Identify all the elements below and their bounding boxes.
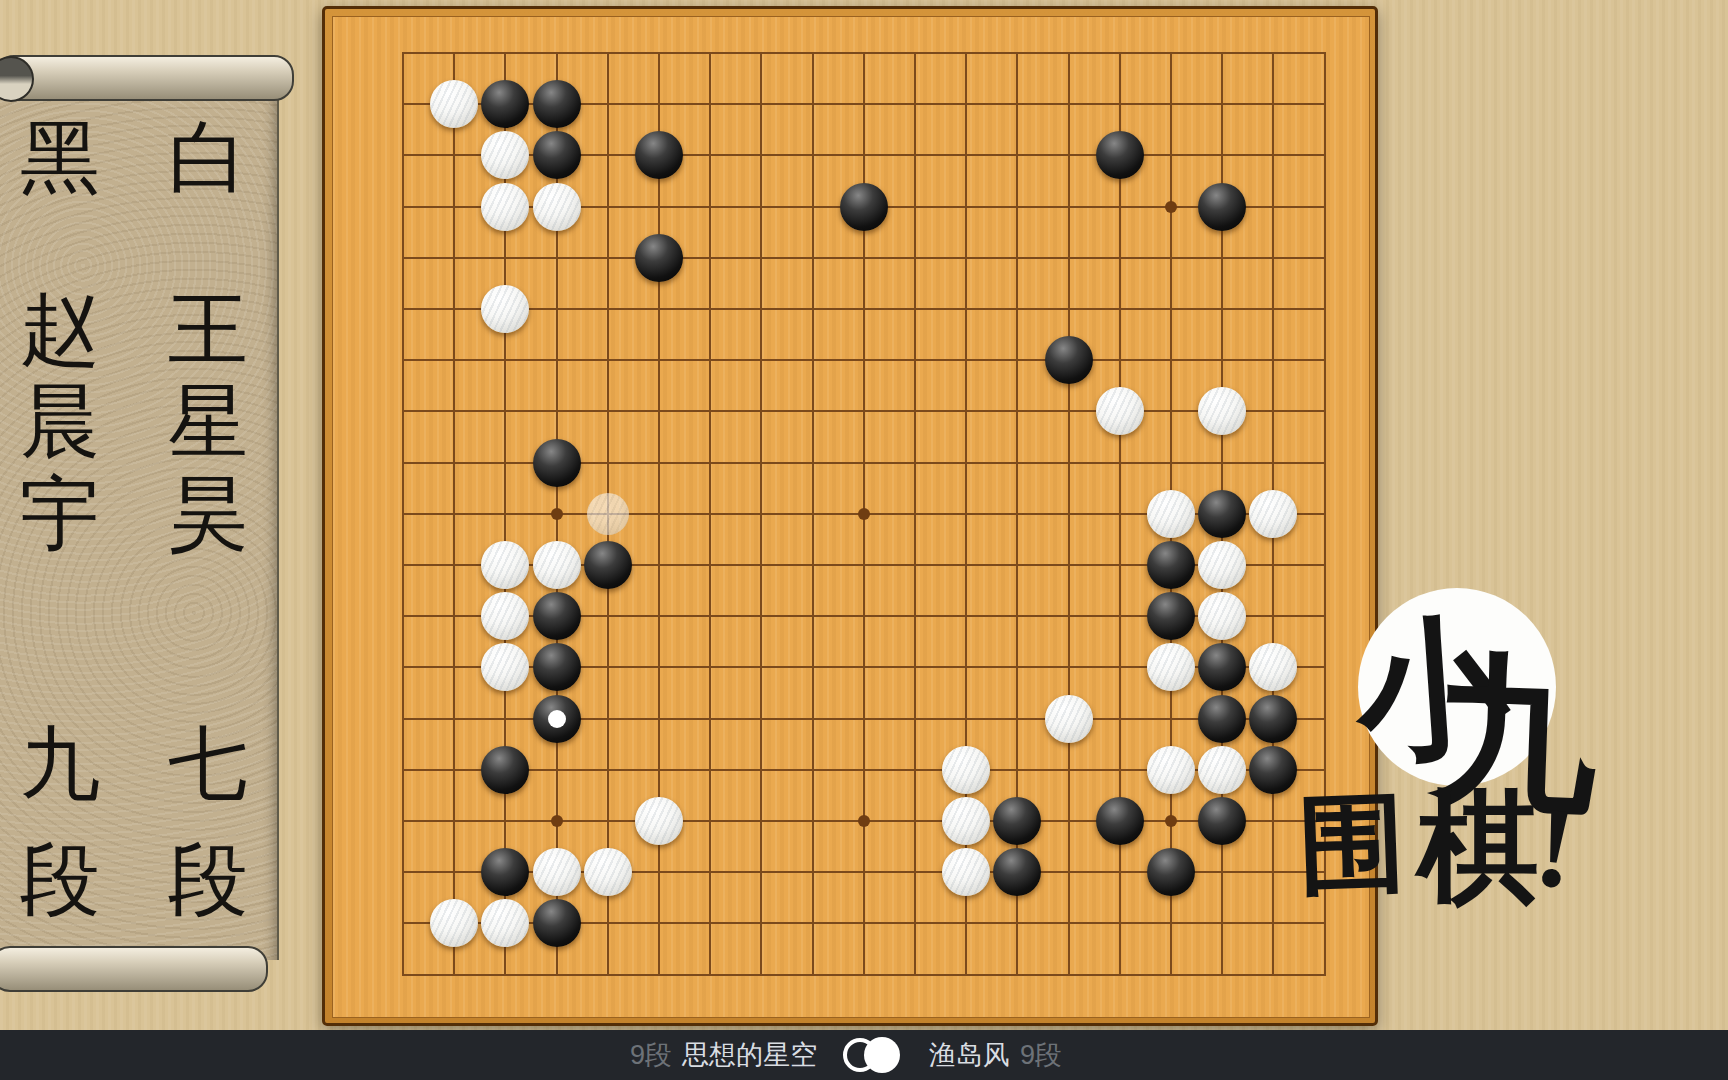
white-player-name-char: 王 (160, 290, 256, 370)
white-stone (1147, 490, 1195, 538)
white-stone (533, 183, 581, 231)
bottom-status-bar: 9段 思想的星空 渔岛风 9段 (0, 1030, 1728, 1080)
white-stone (1096, 387, 1144, 435)
black-stone (533, 643, 581, 691)
star-point (858, 508, 870, 520)
black-stone (1198, 490, 1246, 538)
black-stone (1249, 746, 1297, 794)
black-player-rank: 9段 (630, 1037, 672, 1073)
star-point (551, 508, 563, 520)
white-stone (942, 797, 990, 845)
white-player-name-char: 昊 (160, 474, 256, 554)
black-player-rank-char: 九 (12, 724, 108, 804)
white-stone (1198, 541, 1246, 589)
white-stone (533, 848, 581, 896)
white-player-rank-char: 段 (160, 840, 256, 920)
black-stone (533, 131, 581, 179)
white-player-rank: 9段 (1020, 1037, 1062, 1073)
black-white-stones-icon (843, 1036, 903, 1074)
white-stone (481, 183, 529, 231)
black-player-name: 思想的星空 (682, 1037, 817, 1073)
black-color-label: 黑 (12, 118, 108, 198)
black-player-name-char: 宇 (12, 474, 108, 554)
white-stone (533, 541, 581, 589)
black-stone (1147, 541, 1195, 589)
black-stone (584, 541, 632, 589)
black-player-name-char: 赵 (12, 290, 108, 370)
white-stone (1198, 746, 1246, 794)
black-stone (1147, 592, 1195, 640)
black-stone (533, 439, 581, 487)
black-stone (1147, 848, 1195, 896)
grid-line-horizontal (402, 974, 1326, 976)
black-stone (533, 80, 581, 128)
black-stone (1198, 183, 1246, 231)
white-stone (635, 797, 683, 845)
white-stone (1249, 490, 1297, 538)
grid-line-vertical (914, 52, 916, 976)
grid-line-vertical (1068, 52, 1070, 976)
black-player-name-char: 晨 (12, 382, 108, 462)
white-player-name: 渔岛风 (929, 1037, 1010, 1073)
black-stone (1096, 131, 1144, 179)
white-color-label: 白 (160, 118, 256, 198)
black-stone (635, 234, 683, 282)
black-stone (533, 592, 581, 640)
black-stone (481, 746, 529, 794)
black-stone (840, 183, 888, 231)
star-point (858, 815, 870, 827)
white-stone (584, 848, 632, 896)
last-move-marker (548, 710, 566, 728)
black-stone (1249, 695, 1297, 743)
white-player-rank-char: 七 (160, 724, 256, 804)
white-stone (1147, 746, 1195, 794)
star-point (1165, 201, 1177, 213)
star-point (1165, 815, 1177, 827)
ghost-stone-preview (587, 493, 629, 535)
black-stone (1045, 336, 1093, 384)
star-point (551, 815, 563, 827)
black-stone (533, 695, 581, 743)
logo-character: 棋 (1417, 787, 1539, 909)
scroll-bottom-roller (0, 946, 268, 992)
white-player-name-char: 星 (160, 382, 256, 462)
black-stone (1096, 797, 1144, 845)
black-stone (1198, 797, 1246, 845)
black-stone (1198, 695, 1246, 743)
go-app-window: 白王星昊七段黑赵晨宇九段 9段 思想的星空 渔岛风 9段 小九围棋! (0, 0, 1728, 1080)
scroll-top-roller (0, 55, 294, 101)
black-stone (533, 899, 581, 947)
white-stone (942, 746, 990, 794)
black-player-rank-char: 段 (12, 840, 108, 920)
white-stone-icon (864, 1037, 900, 1073)
logo-character: 围 (1296, 789, 1408, 901)
white-stone (1045, 695, 1093, 743)
